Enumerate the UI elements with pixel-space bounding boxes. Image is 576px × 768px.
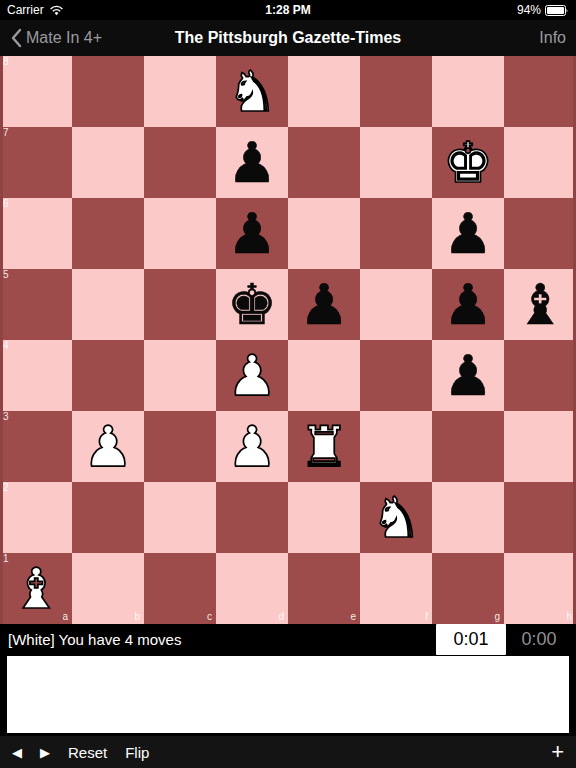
square-b8[interactable] — [72, 56, 144, 127]
nav-bar: Mate In 4+ The Pittsburgh Gazette-Times … — [0, 20, 576, 56]
white-clock: 0:01 — [436, 624, 506, 655]
square-b2[interactable] — [72, 482, 144, 553]
square-h2[interactable] — [504, 482, 576, 553]
flip-button[interactable]: Flip — [125, 744, 149, 761]
file-label: e — [350, 612, 356, 622]
square-e2[interactable] — [288, 482, 360, 553]
square-d6[interactable]: ♟ — [216, 198, 288, 269]
turn-message: [White] You have 4 moves — [8, 631, 436, 648]
square-f2[interactable]: ♞ — [360, 482, 432, 553]
square-f5[interactable] — [360, 269, 432, 340]
square-h6[interactable] — [504, 198, 576, 269]
square-h3[interactable] — [504, 411, 576, 482]
move-list-area — [0, 655, 576, 736]
black-bishop: ♝ — [515, 277, 565, 333]
rank-label: 2 — [3, 483, 9, 493]
square-e1[interactable]: e — [288, 553, 360, 624]
file-label: d — [278, 612, 284, 622]
square-d4[interactable]: ♟ — [216, 340, 288, 411]
square-h5[interactable]: ♝ — [504, 269, 576, 340]
add-button[interactable]: + — [551, 741, 564, 763]
square-g6[interactable]: ♟ — [432, 198, 504, 269]
app-screen: Carrier 1:28 PM 94% Mate In 4+ The Pitts — [0, 0, 576, 768]
white-knight: ♞ — [371, 490, 421, 546]
square-c8[interactable] — [144, 56, 216, 127]
file-label: g — [494, 612, 500, 622]
back-button[interactable]: Mate In 4+ — [10, 28, 102, 48]
square-e4[interactable] — [288, 340, 360, 411]
step-forward-button[interactable]: ▶ — [40, 745, 50, 760]
reset-button[interactable]: Reset — [68, 744, 107, 761]
square-d1[interactable]: d — [216, 553, 288, 624]
square-f7[interactable] — [360, 127, 432, 198]
square-f3[interactable] — [360, 411, 432, 482]
black-pawn: ♟ — [443, 206, 493, 262]
square-c1[interactable]: c — [144, 553, 216, 624]
black-pawn: ♟ — [299, 277, 349, 333]
square-c3[interactable] — [144, 411, 216, 482]
square-h7[interactable] — [504, 127, 576, 198]
square-b7[interactable] — [72, 127, 144, 198]
ios-status-bar: Carrier 1:28 PM 94% — [0, 0, 576, 20]
file-label: a — [62, 612, 68, 622]
square-g8[interactable] — [432, 56, 504, 127]
square-a3[interactable]: 3 — [0, 411, 72, 482]
square-c2[interactable] — [144, 482, 216, 553]
square-g2[interactable] — [432, 482, 504, 553]
square-d5[interactable]: ♚ — [216, 269, 288, 340]
white-rook: ♜ — [299, 419, 349, 475]
square-g5[interactable]: ♟ — [432, 269, 504, 340]
rank-label: 6 — [3, 199, 9, 209]
square-b1[interactable]: b — [72, 553, 144, 624]
square-f1[interactable]: f — [360, 553, 432, 624]
square-f4[interactable] — [360, 340, 432, 411]
black-king: ♚ — [227, 277, 277, 333]
white-king: ♚ — [443, 135, 493, 191]
square-g7[interactable]: ♚ — [432, 127, 504, 198]
square-e3[interactable]: ♜ — [288, 411, 360, 482]
bottom-toolbar: ◀ ▶ Reset Flip + — [0, 736, 576, 768]
back-button-label: Mate In 4+ — [26, 29, 102, 47]
square-a5[interactable]: 5 — [0, 269, 72, 340]
square-b5[interactable] — [72, 269, 144, 340]
square-e7[interactable] — [288, 127, 360, 198]
square-e6[interactable] — [288, 198, 360, 269]
white-knight: ♞ — [227, 64, 277, 120]
square-a2[interactable]: 2 — [0, 482, 72, 553]
move-list[interactable] — [7, 656, 569, 733]
file-label: c — [207, 612, 212, 622]
step-back-button[interactable]: ◀ — [12, 745, 22, 760]
rank-label: 4 — [3, 341, 9, 351]
square-c5[interactable] — [144, 269, 216, 340]
square-a1[interactable]: 1a♝ — [0, 553, 72, 624]
square-c4[interactable] — [144, 340, 216, 411]
square-d7[interactable]: ♟ — [216, 127, 288, 198]
info-button[interactable]: Info — [539, 29, 566, 47]
square-h4[interactable] — [504, 340, 576, 411]
black-pawn: ♟ — [443, 348, 493, 404]
chevron-left-icon — [10, 28, 22, 48]
rank-label: 5 — [3, 270, 9, 280]
square-f6[interactable] — [360, 198, 432, 269]
turn-status-row: [White] You have 4 moves 0:01 0:00 — [0, 624, 576, 655]
square-d8[interactable]: ♞ — [216, 56, 288, 127]
black-pawn: ♟ — [227, 135, 277, 191]
square-h1[interactable]: h — [504, 553, 576, 624]
square-h8[interactable] — [504, 56, 576, 127]
white-bishop: ♝ — [11, 561, 61, 617]
square-b3[interactable]: ♟ — [72, 411, 144, 482]
black-clock: 0:00 — [506, 629, 572, 650]
square-c7[interactable] — [144, 127, 216, 198]
square-e5[interactable]: ♟ — [288, 269, 360, 340]
square-g1[interactable]: g — [432, 553, 504, 624]
rank-label: 7 — [3, 128, 9, 138]
square-a6[interactable]: 6 — [0, 198, 72, 269]
square-g4[interactable]: ♟ — [432, 340, 504, 411]
rank-label: 8 — [3, 57, 9, 67]
chess-board: 8♞7♟♚6♟♟5♚♟♟♝4♟♟3♟♟♜2♞1a♝bcdefgh — [0, 56, 576, 624]
square-c6[interactable] — [144, 198, 216, 269]
rank-label: 1 — [3, 554, 9, 564]
square-f8[interactable] — [360, 56, 432, 127]
square-a7[interactable]: 7 — [0, 127, 72, 198]
file-label: f — [425, 612, 428, 622]
rank-label: 3 — [3, 412, 9, 422]
white-pawn: ♟ — [83, 419, 133, 475]
square-a8[interactable]: 8 — [0, 56, 72, 127]
white-pawn: ♟ — [227, 348, 277, 404]
white-pawn: ♟ — [227, 419, 277, 475]
square-b6[interactable] — [72, 198, 144, 269]
file-label: b — [134, 612, 140, 622]
square-g3[interactable] — [432, 411, 504, 482]
square-d2[interactable] — [216, 482, 288, 553]
square-a4[interactable]: 4 — [0, 340, 72, 411]
file-label: h — [566, 612, 572, 622]
black-pawn: ♟ — [227, 206, 277, 262]
square-d3[interactable]: ♟ — [216, 411, 288, 482]
square-b4[interactable] — [72, 340, 144, 411]
black-pawn: ♟ — [443, 277, 493, 333]
clock-time: 1:28 PM — [0, 3, 576, 17]
square-e8[interactable] — [288, 56, 360, 127]
